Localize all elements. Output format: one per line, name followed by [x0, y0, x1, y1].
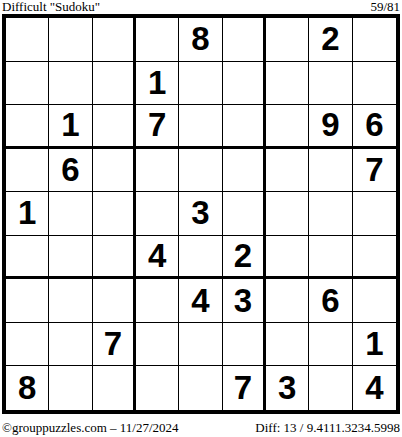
cell-r4c1[interactable] [6, 149, 49, 193]
cell-r3c2[interactable]: 1 [49, 105, 92, 149]
cell-r2c7[interactable] [266, 62, 309, 106]
cell-r3c5[interactable] [179, 105, 222, 149]
cell-r4c2[interactable]: 6 [49, 149, 92, 193]
cell-r5c2[interactable] [49, 192, 92, 236]
cell-r1c2[interactable] [49, 18, 92, 62]
cell-r3c8[interactable]: 9 [309, 105, 352, 149]
cell-r7c6[interactable]: 3 [223, 279, 266, 323]
cell-r8c7[interactable] [266, 323, 309, 367]
puzzle-header: Difficult "Sudoku" 59/81 [2, 0, 400, 14]
cell-r1c9[interactable] [353, 18, 396, 62]
cell-r8c6[interactable] [223, 323, 266, 367]
cell-r6c5[interactable] [179, 236, 222, 280]
difficulty-rating: Diff: 13 / 9.4111.3234.5998 [255, 421, 400, 434]
cell-r1c8[interactable]: 2 [309, 18, 352, 62]
cell-r6c4[interactable]: 4 [136, 236, 179, 280]
cell-r6c8[interactable] [309, 236, 352, 280]
cell-r8c5[interactable] [179, 323, 222, 367]
cell-r2c9[interactable] [353, 62, 396, 106]
cell-r6c3[interactable] [93, 236, 136, 280]
cell-r5c7[interactable] [266, 192, 309, 236]
cell-r6c9[interactable] [353, 236, 396, 280]
cell-r8c2[interactable] [49, 323, 92, 367]
cell-r7c5[interactable]: 4 [179, 279, 222, 323]
cell-r2c6[interactable] [223, 62, 266, 106]
puzzle-footer: ©grouppuzzles.com – 11/27/2024 Diff: 13 … [2, 419, 400, 434]
cell-r1c5[interactable]: 8 [179, 18, 222, 62]
cell-r3c4[interactable]: 7 [136, 105, 179, 149]
cell-r9c9[interactable]: 4 [353, 366, 396, 410]
cell-r2c4[interactable]: 1 [136, 62, 179, 106]
cell-r6c6[interactable]: 2 [223, 236, 266, 280]
cell-r9c3[interactable] [93, 366, 136, 410]
cell-r1c1[interactable] [6, 18, 49, 62]
cell-r1c6[interactable] [223, 18, 266, 62]
cell-r9c5[interactable] [179, 366, 222, 410]
cell-r7c8[interactable]: 6 [309, 279, 352, 323]
cell-r7c7[interactable] [266, 279, 309, 323]
cell-r9c4[interactable] [136, 366, 179, 410]
cell-r4c6[interactable] [223, 149, 266, 193]
cell-r5c8[interactable] [309, 192, 352, 236]
cell-r7c4[interactable] [136, 279, 179, 323]
empty-cell-counter: 59/81 [370, 0, 400, 13]
cell-r2c8[interactable] [309, 62, 352, 106]
cell-r7c3[interactable] [93, 279, 136, 323]
cell-r5c9[interactable] [353, 192, 396, 236]
cell-r8c3[interactable]: 7 [93, 323, 136, 367]
cell-r6c7[interactable] [266, 236, 309, 280]
cell-r3c7[interactable] [266, 105, 309, 149]
cell-r5c5[interactable]: 3 [179, 192, 222, 236]
cell-r4c5[interactable] [179, 149, 222, 193]
cell-r2c2[interactable] [49, 62, 92, 106]
cell-r9c7[interactable]: 3 [266, 366, 309, 410]
cell-r4c7[interactable] [266, 149, 309, 193]
cell-r8c1[interactable] [6, 323, 49, 367]
cell-r9c8[interactable] [309, 366, 352, 410]
cell-r2c5[interactable] [179, 62, 222, 106]
cell-r8c8[interactable] [309, 323, 352, 367]
cell-r4c4[interactable] [136, 149, 179, 193]
cell-r3c6[interactable] [223, 105, 266, 149]
cell-r5c1[interactable]: 1 [6, 192, 49, 236]
cell-r2c3[interactable] [93, 62, 136, 106]
cell-r5c3[interactable] [93, 192, 136, 236]
cell-r6c1[interactable] [6, 236, 49, 280]
cell-r4c8[interactable] [309, 149, 352, 193]
sudoku-board: 8211796671342436718734 [2, 14, 400, 414]
cell-r9c6[interactable]: 7 [223, 366, 266, 410]
sudoku-page: { "game": "sudoku", "position": "....8..… [0, 0, 402, 437]
cell-r3c9[interactable]: 6 [353, 105, 396, 149]
cell-r7c9[interactable] [353, 279, 396, 323]
cell-r3c3[interactable] [93, 105, 136, 149]
cell-r1c4[interactable] [136, 18, 179, 62]
puzzle-title: Difficult "Sudoku" [2, 0, 100, 13]
cell-r1c3[interactable] [93, 18, 136, 62]
cell-r7c2[interactable] [49, 279, 92, 323]
cell-r6c2[interactable] [49, 236, 92, 280]
cell-r1c7[interactable] [266, 18, 309, 62]
cell-r2c1[interactable] [6, 62, 49, 106]
cell-r9c1[interactable]: 8 [6, 366, 49, 410]
cell-r5c6[interactable] [223, 192, 266, 236]
cell-r4c9[interactable]: 7 [353, 149, 396, 193]
cell-r8c9[interactable]: 1 [353, 323, 396, 367]
cell-r3c1[interactable] [6, 105, 49, 149]
cell-r4c3[interactable] [93, 149, 136, 193]
cell-r8c4[interactable] [136, 323, 179, 367]
cell-r9c2[interactable] [49, 366, 92, 410]
copyright-date: ©grouppuzzles.com – 11/27/2024 [2, 421, 179, 434]
cell-r7c1[interactable] [6, 279, 49, 323]
cell-r5c4[interactable] [136, 192, 179, 236]
